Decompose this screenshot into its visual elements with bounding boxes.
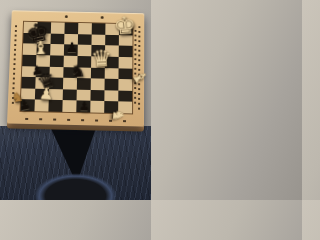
piece-white-queen-f5[interactable]: ♛: [91, 47, 113, 70]
square-h2[interactable]: [118, 90, 132, 102]
piece-white-bishop-b6[interactable]: ♝: [32, 38, 49, 57]
seat-shadow-ellipse: [0, 154, 151, 200]
square-h5[interactable]: [119, 57, 133, 68]
square-e6[interactable]: [78, 45, 92, 56]
square-h6[interactable]: [119, 46, 133, 57]
square-f2[interactable]: [90, 90, 104, 102]
square-e8[interactable]: [78, 23, 92, 34]
square-f3[interactable]: [91, 78, 105, 90]
square-f7[interactable]: [91, 34, 105, 45]
chess-board: ♚♚♝♟♛♟♞♛♟♟♟♞ ♝♞: [7, 10, 144, 126]
square-c7[interactable]: [50, 33, 64, 44]
square-c8[interactable]: [51, 22, 65, 33]
square-c6[interactable]: [50, 44, 64, 55]
square-c5[interactable]: [50, 55, 64, 66]
square-a3[interactable]: [21, 77, 35, 89]
square-g2[interactable]: [104, 90, 118, 102]
hinge-dot: [101, 16, 104, 19]
off-board-gold-knight[interactable]: ♞: [11, 90, 24, 104]
piece-black-pawn-d6[interactable]: ♟: [66, 41, 79, 55]
piece-white-pawn-b2[interactable]: ♟: [39, 87, 54, 103]
square-g3[interactable]: [105, 79, 119, 91]
square-d8[interactable]: [64, 23, 78, 34]
square-d2[interactable]: [63, 89, 77, 101]
frame-groove-right-inner: [134, 30, 136, 107]
square-d1[interactable]: [62, 100, 76, 112]
piece-black-knight-d4[interactable]: ♞: [70, 63, 86, 80]
square-f1[interactable]: [90, 101, 104, 113]
piece-white-king-h8[interactable]: ♚: [112, 12, 137, 38]
chair-fabric: [0, 126, 151, 200]
square-e7[interactable]: [78, 34, 92, 45]
square-f8[interactable]: [92, 23, 106, 34]
hinge-dot: [65, 15, 68, 18]
piece-white-knight-g1[interactable]: ♞: [110, 108, 126, 123]
piece-black-pawn-e1[interactable]: ♟: [79, 101, 90, 113]
